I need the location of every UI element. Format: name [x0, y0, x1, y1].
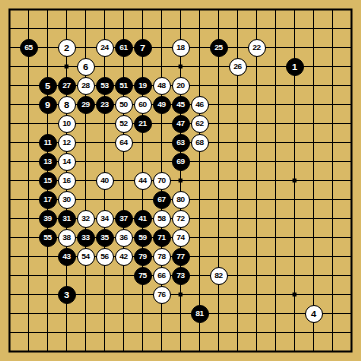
go-stone-white: 42: [115, 248, 133, 266]
go-stone-black: 77: [172, 248, 190, 266]
go-stone-white: 48: [153, 77, 171, 95]
go-stone-white: 40: [96, 172, 114, 190]
move-number: 47: [177, 120, 185, 128]
go-stone-black: 5: [39, 77, 57, 95]
star-point: [179, 293, 183, 297]
move-number: 26: [234, 63, 242, 71]
move-number: 31: [63, 215, 71, 223]
go-stone-white: 68: [191, 134, 209, 152]
go-stone-black: 67: [153, 191, 171, 209]
go-stone-black: 79: [134, 248, 152, 266]
go-stone-black: 17: [39, 191, 57, 209]
move-number: 36: [120, 234, 128, 242]
go-stone-black: 55: [39, 229, 57, 247]
move-number: 39: [44, 215, 52, 223]
go-stone-white: 8: [58, 96, 76, 114]
move-number: 38: [63, 234, 71, 242]
move-number: 64: [120, 139, 128, 147]
go-stone-black: 29: [77, 96, 95, 114]
go-stone-black: 43: [58, 248, 76, 266]
go-stone-black: 51: [115, 77, 133, 95]
move-number: 74: [177, 234, 185, 242]
go-stone-white: 76: [153, 286, 171, 304]
move-number: 45: [177, 101, 185, 109]
move-number: 56: [101, 253, 109, 261]
go-stone-white: 22: [248, 39, 266, 57]
move-number: 54: [82, 253, 90, 261]
go-stone-white: 20: [172, 77, 190, 95]
go-stone-black: 31: [58, 210, 76, 228]
move-number: 16: [63, 177, 71, 185]
go-stone-white: 78: [153, 248, 171, 266]
move-number: 1: [292, 62, 297, 72]
move-number: 51: [120, 82, 128, 90]
go-stone-white: 62: [191, 115, 209, 133]
move-number: 63: [177, 139, 185, 147]
go-stone-black: 1: [286, 58, 304, 76]
move-number: 9: [45, 100, 50, 110]
go-stone-black: 49: [153, 96, 171, 114]
go-stone-black: 21: [134, 115, 152, 133]
move-number: 21: [139, 120, 147, 128]
move-number: 30: [63, 196, 71, 204]
go-stone-white: 28: [77, 77, 95, 95]
move-number: 69: [177, 158, 185, 166]
move-number: 42: [120, 253, 128, 261]
move-number: 73: [177, 272, 185, 280]
go-stone-white: 54: [77, 248, 95, 266]
go-stone-black: 7: [134, 39, 152, 57]
move-number: 71: [158, 234, 166, 242]
go-stone-white: 30: [58, 191, 76, 209]
move-number: 19: [139, 82, 147, 90]
move-number: 23: [101, 101, 109, 109]
go-stone-black: 75: [134, 267, 152, 285]
move-number: 65: [25, 44, 33, 52]
move-number: 82: [215, 272, 223, 280]
move-number: 77: [177, 253, 185, 261]
go-stone-black: 27: [58, 77, 76, 95]
go-stone-black: 37: [115, 210, 133, 228]
move-number: 6: [83, 62, 88, 72]
move-number: 13: [44, 158, 52, 166]
go-stone-white: 56: [96, 248, 114, 266]
go-stone-black: 47: [172, 115, 190, 133]
move-number: 53: [101, 82, 109, 90]
move-number: 58: [158, 215, 166, 223]
move-number: 41: [139, 215, 147, 223]
go-stone-black: 13: [39, 153, 57, 171]
star-point: [293, 179, 297, 183]
go-stone-white: 50: [115, 96, 133, 114]
star-point: [65, 65, 69, 69]
go-stone-white: 70: [153, 172, 171, 190]
move-number: 49: [158, 101, 166, 109]
go-stone-white: 66: [153, 267, 171, 285]
go-stone-white: 52: [115, 115, 133, 133]
move-number: 33: [82, 234, 90, 242]
move-number: 68: [196, 139, 204, 147]
go-stone-white: 18: [172, 39, 190, 57]
move-number: 17: [44, 196, 52, 204]
go-stone-white: 38: [58, 229, 76, 247]
move-number: 10: [63, 120, 71, 128]
go-stone-black: 19: [134, 77, 152, 95]
go-stone-black: 15: [39, 172, 57, 190]
go-stone-white: 46: [191, 96, 209, 114]
move-number: 29: [82, 101, 90, 109]
move-number: 43: [63, 253, 71, 261]
move-number: 37: [120, 215, 128, 223]
star-point: [179, 179, 183, 183]
move-number: 44: [139, 177, 147, 185]
go-stone-white: 24: [96, 39, 114, 57]
move-number: 60: [139, 101, 147, 109]
go-stone-white: 44: [134, 172, 152, 190]
move-number: 70: [158, 177, 166, 185]
go-stone-white: 64: [115, 134, 133, 152]
go-stone-black: 59: [134, 229, 152, 247]
go-stone-black: 9: [39, 96, 57, 114]
move-number: 22: [253, 44, 261, 52]
move-number: 78: [158, 253, 166, 261]
move-number: 35: [101, 234, 109, 242]
move-number: 48: [158, 82, 166, 90]
go-stone-black: 41: [134, 210, 152, 228]
go-stone-black: 81: [191, 305, 209, 323]
move-number: 11: [44, 139, 51, 147]
go-stone-white: 82: [210, 267, 228, 285]
move-number: 34: [101, 215, 109, 223]
move-number: 46: [196, 101, 204, 109]
go-stone-white: 36: [115, 229, 133, 247]
move-number: 8: [64, 100, 69, 110]
star-point: [179, 65, 183, 69]
go-stone-black: 45: [172, 96, 190, 114]
go-stone-black: 71: [153, 229, 171, 247]
go-stone-white: 60: [134, 96, 152, 114]
go-stone-white: 80: [172, 191, 190, 209]
move-number: 4: [311, 309, 316, 319]
go-stone-black: 73: [172, 267, 190, 285]
go-stone-white: 2: [58, 39, 76, 57]
move-number: 27: [63, 82, 71, 90]
move-number: 61: [120, 44, 128, 52]
go-stone-white: 26: [229, 58, 247, 76]
move-number: 72: [177, 215, 185, 223]
go-stone-white: 72: [172, 210, 190, 228]
move-number: 50: [120, 101, 128, 109]
go-stone-white: 34: [96, 210, 114, 228]
go-stone-black: 61: [115, 39, 133, 57]
go-stone-black: 3: [58, 286, 76, 304]
go-stone-black: 53: [96, 77, 114, 95]
move-number: 15: [44, 177, 52, 185]
move-number: 66: [158, 272, 166, 280]
move-number: 25: [215, 44, 223, 52]
move-number: 52: [120, 120, 128, 128]
go-stone-black: 25: [210, 39, 228, 57]
go-stone-black: 65: [20, 39, 38, 57]
move-number: 67: [158, 196, 166, 204]
move-number: 14: [63, 158, 71, 166]
go-stone-white: 6: [77, 58, 95, 76]
move-number: 20: [177, 82, 185, 90]
move-number: 28: [82, 82, 90, 90]
move-number: 55: [44, 234, 52, 242]
move-number: 75: [139, 272, 147, 280]
move-number: 80: [177, 196, 185, 204]
go-stone-white: 14: [58, 153, 76, 171]
go-stone-black: 11: [39, 134, 57, 152]
move-number: 59: [139, 234, 147, 242]
move-number: 76: [158, 291, 166, 299]
move-number: 32: [82, 215, 90, 223]
move-number: 18: [177, 44, 185, 52]
go-stone-black: 63: [172, 134, 190, 152]
go-board: 1234567891011121314151617181920212223242…: [0, 0, 361, 361]
go-stone-white: 4: [305, 305, 323, 323]
move-number: 2: [64, 43, 69, 53]
move-number: 79: [139, 253, 147, 261]
go-stone-black: 35: [96, 229, 114, 247]
move-number: 40: [101, 177, 109, 185]
move-number: 12: [63, 139, 71, 147]
move-number: 5: [45, 81, 50, 91]
go-stone-black: 69: [172, 153, 190, 171]
move-number: 3: [64, 290, 69, 300]
go-stone-white: 10: [58, 115, 76, 133]
go-stone-white: 16: [58, 172, 76, 190]
go-stone-white: 12: [58, 134, 76, 152]
move-number: 24: [101, 44, 109, 52]
go-stone-black: 23: [96, 96, 114, 114]
move-number: 7: [140, 43, 145, 53]
go-stone-black: 39: [39, 210, 57, 228]
move-number: 62: [196, 120, 204, 128]
go-stone-white: 74: [172, 229, 190, 247]
star-point: [293, 293, 297, 297]
move-number: 81: [196, 310, 204, 318]
go-stone-white: 58: [153, 210, 171, 228]
go-stone-black: 33: [77, 229, 95, 247]
go-stone-white: 32: [77, 210, 95, 228]
